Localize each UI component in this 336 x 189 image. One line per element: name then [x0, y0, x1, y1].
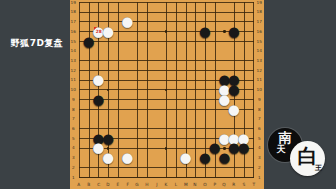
- intersection-J9: [152, 95, 162, 105]
- intersection-L6: [171, 124, 181, 134]
- intersection-K16: [161, 27, 171, 37]
- column-label-E: E: [114, 182, 121, 188]
- intersection-M3: ●: [181, 153, 191, 163]
- intersection-G4: [132, 143, 142, 153]
- intersection-Q7: [219, 114, 229, 124]
- intersection-H18: [142, 7, 152, 17]
- row-label-14: 14: [70, 48, 76, 55]
- intersection-O16: ●: [200, 27, 210, 37]
- black-stone-Q3: ●: [219, 153, 229, 163]
- intersection-S14: [239, 46, 249, 56]
- intersection-B11: [84, 75, 94, 85]
- intersection-K15: [161, 37, 171, 47]
- star-point: [107, 30, 110, 33]
- intersection-S5: ●: [239, 134, 249, 144]
- white-stone-D3: ●: [103, 153, 113, 163]
- intersection-K9: [161, 95, 171, 105]
- intersection-O13: [200, 56, 210, 66]
- intersection-S10: [239, 85, 249, 95]
- stream-caption: 野狐7D复盘: [6, 37, 68, 50]
- intersection-P2: [210, 163, 220, 173]
- intersection-J5: [152, 134, 162, 144]
- intersection-E3: [113, 153, 123, 163]
- intersection-D11: [103, 75, 113, 85]
- white-stone-S5: ●: [239, 134, 249, 144]
- intersection-P8: [210, 105, 220, 115]
- intersection-K18: [161, 7, 171, 17]
- column-label-B: B: [85, 182, 92, 188]
- intersection-N15: [190, 37, 200, 47]
- intersection-N12: [190, 66, 200, 76]
- intersection-L7: [171, 114, 181, 124]
- white-stone-F3: ●: [123, 153, 133, 163]
- intersection-K4: [161, 143, 171, 153]
- column-label-G: G: [134, 182, 141, 188]
- column-label-C: C: [95, 182, 102, 188]
- intersection-B10: [84, 85, 94, 95]
- intersection-L2: [171, 163, 181, 173]
- intersection-P17: [210, 17, 220, 27]
- intersection-S12: [239, 66, 249, 76]
- move-number-label: 28: [95, 28, 102, 35]
- intersection-K12: [161, 66, 171, 76]
- intersection-F19: [123, 0, 133, 7]
- black-stone-C9: ●: [94, 95, 104, 105]
- intersection-J19: [152, 0, 162, 7]
- intersection-Q4: [219, 143, 229, 153]
- intersection-D6: [103, 124, 113, 134]
- row-label-12: 12: [257, 67, 263, 74]
- column-label-Q: Q: [221, 182, 228, 188]
- intersection-B19: [84, 0, 94, 7]
- intersection-D9: [103, 95, 113, 105]
- intersection-L14: [171, 46, 181, 56]
- intersection-Q10: ●: [219, 85, 229, 95]
- intersection-F2: [123, 163, 133, 173]
- row-label-14: 14: [257, 48, 263, 55]
- intersection-S4: ●: [239, 143, 249, 153]
- black-stone-Q11: ●: [219, 75, 229, 85]
- intersection-E13: [113, 56, 123, 66]
- intersection-J13: [152, 56, 162, 66]
- intersection-O11: [200, 75, 210, 85]
- intersection-L9: [171, 95, 181, 105]
- intersection-P9: [210, 95, 220, 105]
- intersection-O4: [200, 143, 210, 153]
- intersection-B5: [84, 134, 94, 144]
- intersection-G2: [132, 163, 142, 173]
- row-label-3: 3: [70, 155, 76, 162]
- intersection-R9: [229, 95, 239, 105]
- intersection-D7: [103, 114, 113, 124]
- intersection-Q17: [219, 17, 229, 27]
- row-label-5: 5: [70, 135, 76, 142]
- intersection-O12: [200, 66, 210, 76]
- go-board[interactable]: ●●28●●●●●●●●●●●●●●●●●●●●●●●●●● ABCDEFGHJ…: [70, 0, 264, 189]
- streamer-logo: 南 天 白 王: [264, 0, 336, 189]
- intersection-E6: [113, 124, 123, 134]
- black-stone-B15: ●: [84, 37, 94, 47]
- row-label-16: 16: [257, 28, 263, 35]
- intersection-P3: [210, 153, 220, 163]
- intersection-E19: [113, 0, 123, 7]
- intersection-L13: [171, 56, 181, 66]
- intersection-O15: [200, 37, 210, 47]
- intersection-F5: [123, 134, 133, 144]
- intersection-M14: [181, 46, 191, 56]
- row-label-11: 11: [257, 77, 263, 84]
- row-label-17: 17: [257, 19, 263, 26]
- intersection-F4: [123, 143, 133, 153]
- black-stone-S4: ●: [239, 143, 249, 153]
- black-stone-R11: ●: [229, 75, 239, 85]
- intersection-O17: [200, 17, 210, 27]
- black-stone-O3: ●: [200, 153, 210, 163]
- intersection-O5: [200, 134, 210, 144]
- intersection-B8: [84, 105, 94, 115]
- intersection-L17: [171, 17, 181, 27]
- star-point: [107, 89, 110, 92]
- intersection-M16: [181, 27, 191, 37]
- intersection-C13: [94, 56, 104, 66]
- intersection-H8: [142, 105, 152, 115]
- row-label-18: 18: [257, 9, 263, 16]
- intersection-N5: [190, 134, 200, 144]
- intersection-L5: [171, 134, 181, 144]
- intersection-M11: [181, 75, 191, 85]
- black-stone-P4: ●: [210, 143, 220, 153]
- intersection-E17: [113, 17, 123, 27]
- intersection-K14: [161, 46, 171, 56]
- intersection-L16: [171, 27, 181, 37]
- intersection-J10: [152, 85, 162, 95]
- column-label-H: H: [143, 182, 150, 188]
- intersection-H6: [142, 124, 152, 134]
- intersection-C11: ●: [94, 75, 104, 85]
- intersection-P11: [210, 75, 220, 85]
- intersection-P19: [210, 0, 220, 7]
- intersection-B15: ●: [84, 37, 94, 47]
- row-label-2: 2: [70, 164, 76, 171]
- intersection-L10: [171, 85, 181, 95]
- star-point: [165, 30, 168, 33]
- intersection-J3: [152, 153, 162, 163]
- column-labels: ABCDEFGHJKLMNOPQRST: [74, 181, 258, 189]
- row-labels-right: 19181716151413121110987654321: [255, 0, 264, 182]
- intersection-Q13: [219, 56, 229, 66]
- column-label-M: M: [182, 182, 189, 188]
- intersection-R17: [229, 17, 239, 27]
- intersection-C17: [94, 17, 104, 27]
- intersection-J17: [152, 17, 162, 27]
- intersection-F15: [123, 37, 133, 47]
- intersection-Q12: [219, 66, 229, 76]
- intersection-D8: [103, 105, 113, 115]
- intersection-M12: [181, 66, 191, 76]
- intersection-M17: [181, 17, 191, 27]
- intersection-S9: [239, 95, 249, 105]
- intersection-R19: [229, 0, 239, 7]
- intersection-C12: [94, 66, 104, 76]
- intersection-G5: [132, 134, 142, 144]
- intersection-P10: [210, 85, 220, 95]
- intersection-K3: [161, 153, 171, 163]
- intersection-M7: [181, 114, 191, 124]
- white-stone-M3: ●: [181, 153, 191, 163]
- row-labels-left: 19181716151413121110987654321: [69, 0, 78, 182]
- intersection-J16: [152, 27, 162, 37]
- white-stone-R8: ●: [229, 105, 239, 115]
- intersection-N6: [190, 124, 200, 134]
- intersection-J2: [152, 163, 162, 173]
- intersection-O14: [200, 46, 210, 56]
- intersection-B16: [84, 27, 94, 37]
- intersection-L12: [171, 66, 181, 76]
- row-label-3: 3: [257, 155, 263, 162]
- intersection-D13: [103, 56, 113, 66]
- white-stone-Q9: ●: [219, 95, 229, 105]
- row-label-19: 19: [257, 0, 263, 6]
- intersection-C10: [94, 85, 104, 95]
- intersection-R10: ●: [229, 85, 239, 95]
- intersection-P5: [210, 134, 220, 144]
- star-point: [165, 89, 168, 92]
- intersection-S2: [239, 163, 249, 173]
- intersection-S18: [239, 7, 249, 17]
- intersection-G12: [132, 66, 142, 76]
- intersection-R13: [229, 56, 239, 66]
- intersection-K7: [161, 114, 171, 124]
- intersection-B6: [84, 124, 94, 134]
- intersection-M9: [181, 95, 191, 105]
- intersection-O18: [200, 7, 210, 17]
- intersection-F17: ●: [123, 17, 133, 27]
- intersection-N2: [190, 163, 200, 173]
- intersection-C3: [94, 153, 104, 163]
- intersection-C19: [94, 0, 104, 7]
- row-label-2: 2: [257, 164, 263, 171]
- intersection-C2: [94, 163, 104, 173]
- intersection-E9: [113, 95, 123, 105]
- intersection-G6: [132, 124, 142, 134]
- row-label-8: 8: [70, 106, 76, 113]
- intersection-K6: [161, 124, 171, 134]
- intersection-N4: [190, 143, 200, 153]
- intersection-R2: [229, 163, 239, 173]
- intersection-J7: [152, 114, 162, 124]
- intersection-D14: [103, 46, 113, 56]
- intersection-M13: [181, 56, 191, 66]
- intersection-L19: [171, 0, 181, 7]
- intersection-P16: [210, 27, 220, 37]
- intersection-N17: [190, 17, 200, 27]
- intersection-Q18: [219, 7, 229, 17]
- intersection-J14: [152, 46, 162, 56]
- white-stone-C4: ●: [94, 143, 104, 153]
- intersection-R6: [229, 124, 239, 134]
- row-label-6: 6: [257, 125, 263, 132]
- white-stone-C11: ●: [94, 75, 104, 85]
- intersection-B18: [84, 7, 94, 17]
- row-label-16: 16: [70, 28, 76, 35]
- row-label-7: 7: [257, 116, 263, 123]
- intersection-C6: [94, 124, 104, 134]
- intersection-C5: ●: [94, 134, 104, 144]
- intersection-F8: [123, 105, 133, 115]
- intersection-D5: ●: [103, 134, 113, 144]
- star-point: [223, 147, 226, 150]
- intersection-E18: [113, 7, 123, 17]
- intersection-K11: [161, 75, 171, 85]
- star-point: [223, 89, 226, 92]
- intersection-S16: [239, 27, 249, 37]
- intersection-R12: [229, 66, 239, 76]
- intersection-R3: [229, 153, 239, 163]
- intersection-E2: [113, 163, 123, 173]
- intersection-O19: [200, 0, 210, 7]
- row-label-9: 9: [257, 96, 263, 103]
- column-label-P: P: [211, 182, 218, 188]
- intersection-F9: [123, 95, 133, 105]
- row-label-9: 9: [70, 96, 76, 103]
- intersection-N14: [190, 46, 200, 56]
- white-stone-Q5: ●: [219, 134, 229, 144]
- row-label-6: 6: [70, 125, 76, 132]
- intersection-B14: [84, 46, 94, 56]
- intersection-R14: [229, 46, 239, 56]
- intersection-B12: [84, 66, 94, 76]
- intersection-G19: [132, 0, 142, 7]
- intersection-M10: [181, 85, 191, 95]
- intersection-N8: [190, 105, 200, 115]
- intersection-C18: [94, 7, 104, 17]
- intersection-S15: [239, 37, 249, 47]
- column-label-N: N: [192, 182, 199, 188]
- intersection-H13: [142, 56, 152, 66]
- column-label-R: R: [230, 182, 237, 188]
- column-label-S: S: [240, 182, 247, 188]
- intersection-H3: [142, 153, 152, 163]
- row-label-18: 18: [70, 9, 76, 16]
- intersection-O8: [200, 105, 210, 115]
- intersection-Q11: ●: [219, 75, 229, 85]
- intersection-G7: [132, 114, 142, 124]
- intersection-Q9: ●: [219, 95, 229, 105]
- intersection-J18: [152, 7, 162, 17]
- intersection-D3: ●: [103, 153, 113, 163]
- intersection-L4: [171, 143, 181, 153]
- row-label-15: 15: [257, 38, 263, 45]
- row-label-13: 13: [257, 57, 263, 64]
- intersection-J12: [152, 66, 162, 76]
- intersection-D19: [103, 0, 113, 7]
- intersection-S7: [239, 114, 249, 124]
- intersection-G16: [132, 27, 142, 37]
- video-frame: 野狐7D复盘 ●●28●●●●●●●●●●●●●●●●●●●●●●●●●● AB…: [0, 0, 336, 189]
- intersection-F14: [123, 46, 133, 56]
- column-label-A: A: [75, 182, 82, 188]
- star-point: [107, 147, 110, 150]
- row-label-13: 13: [70, 57, 76, 64]
- intersection-C14: [94, 46, 104, 56]
- intersection-K8: [161, 105, 171, 115]
- intersection-G9: [132, 95, 142, 105]
- intersection-M15: [181, 37, 191, 47]
- row-label-1: 1: [257, 174, 263, 181]
- intersection-K19: [161, 0, 171, 7]
- intersection-O9: [200, 95, 210, 105]
- column-label-J: J: [153, 182, 160, 188]
- intersection-D12: [103, 66, 113, 76]
- intersection-C16: ●28: [94, 27, 104, 37]
- intersection-E16: [113, 27, 123, 37]
- intersection-F3: ●: [123, 153, 133, 163]
- intersection-N18: [190, 7, 200, 17]
- intersection-B2: [84, 163, 94, 173]
- intersection-P14: [210, 46, 220, 56]
- column-label-L: L: [172, 182, 179, 188]
- intersection-K10: [161, 85, 171, 95]
- intersection-R11: ●: [229, 75, 239, 85]
- intersection-Q2: [219, 163, 229, 173]
- intersection-H4: [142, 143, 152, 153]
- intersection-D18: [103, 7, 113, 17]
- intersection-S13: [239, 56, 249, 66]
- intersection-G17: [132, 17, 142, 27]
- intersection-E8: [113, 105, 123, 115]
- intersection-M6: [181, 124, 191, 134]
- intersection-J15: [152, 37, 162, 47]
- intersection-G15: [132, 37, 142, 47]
- intersection-H9: [142, 95, 152, 105]
- intersection-O7: [200, 114, 210, 124]
- intersection-Q14: [219, 46, 229, 56]
- intersection-L8: [171, 105, 181, 115]
- intersection-E11: [113, 75, 123, 85]
- intersection-G11: [132, 75, 142, 85]
- black-stone-R10: ●: [229, 85, 239, 95]
- intersection-K5: [161, 134, 171, 144]
- white-stone-R5: ●: [229, 134, 239, 144]
- intersection-J8: [152, 105, 162, 115]
- intersection-N19: [190, 0, 200, 7]
- intersection-P13: [210, 56, 220, 66]
- intersection-J11: [152, 75, 162, 85]
- intersection-Q16: [219, 27, 229, 37]
- intersection-H10: [142, 85, 152, 95]
- intersection-Q3: ●: [219, 153, 229, 163]
- intersection-F18: [123, 7, 133, 17]
- intersection-P4: ●: [210, 143, 220, 153]
- intersection-M18: [181, 7, 191, 17]
- row-label-4: 4: [70, 145, 76, 152]
- intersection-H14: [142, 46, 152, 56]
- intersection-N9: [190, 95, 200, 105]
- intersection-O2: [200, 163, 210, 173]
- intersection-C4: ●: [94, 143, 104, 153]
- intersection-E7: [113, 114, 123, 124]
- intersection-K17: [161, 17, 171, 27]
- row-label-10: 10: [70, 87, 76, 94]
- intersection-E15: [113, 37, 123, 47]
- row-label-17: 17: [70, 19, 76, 26]
- intersection-B13: [84, 56, 94, 66]
- intersection-Q5: ●: [219, 134, 229, 144]
- intersection-B9: [84, 95, 94, 105]
- intersection-O3: ●: [200, 153, 210, 163]
- intersection-E12: [113, 66, 123, 76]
- intersection-H5: [142, 134, 152, 144]
